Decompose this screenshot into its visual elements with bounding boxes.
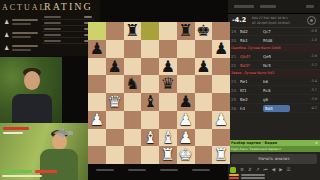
square-a6[interactable]	[88, 58, 106, 76]
square-h2[interactable]	[212, 129, 230, 147]
white-rook-e1[interactable]: ♜	[159, 146, 177, 164]
white-pawn-h3[interactable]: ♟	[212, 111, 230, 129]
move-cell[interactable]: g6	[263, 97, 286, 102]
chat-message	[241, 177, 265, 179]
row-value	[84, 16, 92, 18]
black-pawn-a7[interactable]: ♟	[88, 40, 106, 58]
move-list[interactable]: 19.Bd2Qc7-0.820.Rb1Rfd8-1.0Ошибка. Лучше…	[228, 27, 320, 140]
analysis-header	[228, 0, 320, 14]
move-row[interactable]: 21.Qb4?Qe5-2.9	[228, 52, 320, 61]
square-g3[interactable]	[195, 111, 213, 129]
analysis-panel: -4.2 Bd4 27.Rd1 Nb3 28.Bc1 e5 29.Qb5 Qxb…	[228, 0, 320, 180]
move-row[interactable]: 20.Rb1Rfd8-1.0	[228, 36, 320, 45]
square-d4[interactable]: ♝	[141, 93, 159, 111]
square-h8[interactable]	[212, 22, 230, 40]
photo-caption-red	[3, 127, 29, 130]
photo-caption-red2	[35, 170, 57, 173]
square-e5[interactable]: ♛	[159, 75, 177, 93]
move-row[interactable]: 22.Bd3?Nc5-3.2	[228, 61, 320, 70]
black-pawn-e6[interactable]: ♟	[159, 58, 177, 76]
move-eval: -1.0	[286, 38, 320, 42]
board-footer-link[interactable]	[96, 169, 114, 171]
square-f4[interactable]: ♟	[177, 93, 195, 111]
square-d5[interactable]	[141, 75, 159, 93]
engine-pv-line-2: e5 29.Qb5 Qxb5 30.Bxb5	[252, 21, 306, 25]
black-queen-e5[interactable]: ♛	[159, 75, 177, 93]
square-e3[interactable]	[159, 111, 177, 129]
move-eval: -0.8	[286, 29, 320, 33]
stream-frame: ACTUAL RATING ♟♟♟ ♜♜♚♟♟♟♟♟♞♛♛♝♟♟♟♟♝♝♟♜♚♜	[0, 0, 320, 180]
move-eval: -2.9	[286, 54, 320, 58]
square-b5[interactable]	[106, 75, 124, 93]
move-cell[interactable]: Be2	[240, 97, 263, 102]
start-review-button[interactable]: Начать анализ	[231, 154, 317, 164]
square-d1[interactable]	[141, 146, 159, 164]
streamer-webcam	[0, 57, 62, 123]
move-row[interactable]: 26.h3Bd4-4.2	[228, 104, 320, 113]
square-b7[interactable]	[106, 40, 124, 58]
entry-subtext	[12, 36, 31, 38]
square-e2[interactable]: ♝	[159, 129, 177, 147]
move-cell[interactable]: 23.	[231, 79, 240, 84]
analysis-tab[interactable]	[260, 5, 276, 8]
engine-icon[interactable]	[230, 167, 236, 173]
square-g1[interactable]	[195, 146, 213, 164]
square-d3[interactable]	[141, 111, 159, 129]
square-c2[interactable]	[124, 129, 142, 147]
menu-icon[interactable]: ☰	[287, 166, 291, 174]
move-row[interactable]: 19.Bd2Qc7-0.8	[228, 27, 320, 36]
square-c7[interactable]	[124, 40, 142, 58]
square-f7[interactable]	[177, 40, 195, 58]
rating-left-entry: ♟	[12, 30, 46, 40]
black-knight-c5[interactable]: ♞	[124, 75, 142, 93]
white-pawn-f2[interactable]: ♟	[177, 129, 195, 147]
move-row[interactable]: 25.Be2g6-3.9	[228, 95, 320, 104]
move-cell[interactable]: Bd2	[240, 29, 263, 34]
move-cell[interactable]: 19.	[231, 29, 240, 34]
move-eval: -4.2	[290, 106, 320, 110]
photo-person-torso	[40, 149, 78, 180]
white-king-f1[interactable]: ♚	[177, 146, 195, 164]
panel-close-icon[interactable]	[306, 5, 314, 8]
entry-subtext	[12, 23, 31, 25]
rating-table-row	[42, 38, 94, 44]
square-a1[interactable]	[88, 146, 106, 164]
square-h4[interactable]	[212, 93, 230, 111]
entry-subtext	[12, 49, 31, 51]
pawn-icon: ♟	[4, 31, 9, 38]
square-g2[interactable]	[195, 129, 213, 147]
row-label	[44, 28, 61, 30]
square-e4[interactable]	[159, 93, 177, 111]
photo-caption-white2	[2, 175, 42, 177]
move-cell[interactable]: 20.	[231, 38, 240, 43]
square-a4[interactable]	[88, 93, 106, 111]
white-bishop-e2[interactable]: ♝	[159, 129, 177, 147]
square-a5[interactable]	[88, 75, 106, 93]
chat-overlay	[229, 174, 289, 180]
chat-message	[241, 174, 265, 176]
square-c8[interactable]: ♜	[124, 22, 142, 40]
rating-left-entry: ♟	[12, 17, 46, 27]
move-cell[interactable]: 26.	[231, 106, 240, 111]
move-cell[interactable]: Qc7	[263, 29, 286, 34]
flip-board-icon[interactable]: ⇵	[248, 166, 252, 174]
square-f6[interactable]	[177, 58, 195, 76]
board-footer-links[interactable]	[96, 169, 230, 171]
analysis-toolbar: ⚙⇵↗⏮◀▶☰	[230, 166, 318, 174]
square-h5[interactable]	[212, 75, 230, 93]
pawn-icon: ♟	[4, 44, 9, 51]
analysis-tab[interactable]	[234, 5, 254, 8]
square-h7[interactable]: ♟	[212, 40, 230, 58]
entry-text	[12, 32, 38, 34]
black-pawn-h7[interactable]: ♟	[212, 40, 230, 58]
board-footer-link[interactable]	[192, 169, 210, 171]
opening-name-banner: Каро-Канн. Разменный вариант	[228, 146, 320, 152]
square-b6[interactable]: ♟	[106, 58, 124, 76]
square-g7[interactable]	[195, 40, 213, 58]
move-cell[interactable]: Qb4?	[240, 54, 263, 59]
settings-icon[interactable]: ⚙	[240, 166, 244, 174]
chat-username	[229, 174, 239, 176]
square-c6[interactable]	[124, 58, 142, 76]
move-cell[interactable]: Qe5	[263, 54, 286, 59]
move-cell[interactable]: Rc8	[263, 88, 286, 93]
square-f2[interactable]: ♟	[177, 129, 195, 147]
move-cell[interactable]: 22.	[231, 63, 240, 68]
black-rook-f8[interactable]: ♜	[177, 22, 195, 40]
square-c5[interactable]: ♞	[124, 75, 142, 93]
white-queen-b4[interactable]: ♛	[106, 93, 124, 111]
move-annotation-banner: Ошибка. Лучше было Qxb6	[228, 45, 320, 52]
square-b8[interactable]	[106, 22, 124, 40]
move-eval: -3.4	[286, 79, 320, 83]
move-cell[interactable]: Rfd8	[263, 38, 286, 43]
square-d8[interactable]	[141, 22, 159, 40]
move-annotation-banner: Зевок. Лучше было Rd1	[228, 70, 320, 77]
photo-overlay	[0, 123, 88, 180]
chess-board[interactable]: ♜♜♚♟♟♟♟♟♞♛♛♝♟♟♟♟♝♝♟♜♚♜	[88, 22, 230, 164]
square-h6[interactable]	[212, 58, 230, 76]
square-h3[interactable]: ♟	[212, 111, 230, 129]
move-eval: -3.7	[286, 88, 320, 92]
square-g8[interactable]: ♚	[195, 22, 213, 40]
rating-left-entry: ♟	[12, 43, 46, 53]
square-g4[interactable]	[195, 93, 213, 111]
move-row[interactable]: 24.Kf1Rc8-3.7	[228, 86, 320, 95]
board-footer-link[interactable]	[160, 169, 178, 171]
move-cell[interactable]: Bd3?	[240, 63, 263, 68]
prev-move-icon[interactable]: ◀	[272, 166, 275, 174]
first-move-icon[interactable]: ⏮	[264, 166, 268, 174]
move-cell[interactable]: h3	[240, 106, 263, 111]
rating-panel-title-rating: RATING	[44, 1, 93, 12]
chat-username	[229, 177, 239, 179]
square-f8[interactable]: ♜	[177, 22, 195, 40]
white-pawn-a3[interactable]: ♟	[88, 111, 106, 129]
square-d2[interactable]: ♝	[141, 129, 159, 147]
board-footer-link[interactable]	[128, 169, 146, 171]
engine-toggle-icon[interactable]	[307, 16, 316, 25]
square-e6[interactable]: ♟	[159, 58, 177, 76]
square-b1[interactable]	[106, 146, 124, 164]
square-a2[interactable]	[88, 129, 106, 147]
move-cell[interactable]: Nc5	[263, 63, 286, 68]
square-c4[interactable]	[124, 93, 142, 111]
square-f3[interactable]: ♟	[177, 111, 195, 129]
engine-arrow-tail	[64, 131, 73, 135]
black-pawn-f4[interactable]: ♟	[177, 93, 195, 111]
white-pawn-f3[interactable]: ♟	[177, 111, 195, 129]
row-label	[44, 22, 61, 24]
move-eval: -3.2	[286, 63, 320, 67]
square-f1[interactable]: ♚	[177, 146, 195, 164]
square-c3[interactable]	[124, 111, 142, 129]
white-rook-h1[interactable]: ♜	[212, 146, 230, 164]
square-e1[interactable]: ♜	[159, 146, 177, 164]
move-cell[interactable]: b6	[263, 79, 286, 84]
white-bishop-d2[interactable]: ♝	[141, 129, 159, 147]
square-f5[interactable]	[177, 75, 195, 93]
share-icon[interactable]: ↗	[256, 166, 260, 174]
black-pawn-b6[interactable]: ♟	[106, 58, 124, 76]
black-king-g8[interactable]: ♚	[195, 22, 213, 40]
row-label	[44, 16, 61, 18]
chat-line	[229, 174, 289, 176]
square-b3[interactable]	[106, 111, 124, 129]
square-d6[interactable]	[141, 58, 159, 76]
square-g5[interactable]	[195, 75, 213, 93]
square-e7[interactable]	[159, 40, 177, 58]
move-cell[interactable]: Rb1	[240, 38, 263, 43]
rating-panel: ACTUAL RATING ♟♟♟	[0, 0, 100, 56]
rating-panel-title-actual: ACTUAL	[2, 3, 46, 12]
engine-arrow-icon	[53, 128, 64, 138]
square-c1[interactable]	[124, 146, 142, 164]
next-move-icon[interactable]: ▶	[279, 166, 282, 174]
move-cell[interactable]: 25.	[231, 97, 240, 102]
square-a3[interactable]: ♟	[88, 111, 106, 129]
move-cell[interactable]: Re1	[240, 79, 263, 84]
photo-caption-white	[3, 132, 23, 134]
move-eval: -3.9	[286, 97, 320, 101]
square-e8[interactable]	[159, 22, 177, 40]
move-row[interactable]: 23.Re1b6-3.4	[228, 77, 320, 86]
square-a7[interactable]: ♟	[88, 40, 106, 58]
move-cell[interactable]: 24.	[231, 88, 240, 93]
square-g6[interactable]: ♟	[195, 58, 213, 76]
row-label	[44, 40, 61, 42]
square-a8[interactable]	[88, 22, 106, 40]
black-bishop-d4[interactable]: ♝	[141, 93, 159, 111]
entry-text	[12, 19, 38, 21]
engine-pv-line-1: Bd4 27.Rd1 Nb3 28.Bc1	[252, 16, 306, 20]
row-label	[44, 34, 61, 36]
pawn-icon: ♟	[4, 18, 9, 25]
streamer-torso	[12, 94, 52, 123]
move-cell[interactable]: Bd4	[263, 105, 290, 112]
square-b4[interactable]: ♛	[106, 93, 124, 111]
entry-text	[12, 45, 38, 47]
move-cell[interactable]: 21.	[231, 54, 240, 59]
photo-caption-green	[2, 170, 32, 173]
move-cell[interactable]: Kf1	[240, 88, 263, 93]
chat-line	[229, 177, 289, 179]
square-d7[interactable]	[141, 40, 159, 58]
black-rook-c8[interactable]: ♜	[124, 22, 142, 40]
square-h1[interactable]: ♜	[212, 146, 230, 164]
streamer-face	[24, 71, 40, 90]
square-b2[interactable]	[106, 129, 124, 147]
engine-evaluation: -4.2	[232, 16, 246, 24]
black-pawn-g6[interactable]: ♟	[195, 58, 213, 76]
engine-eval-row: -4.2 Bd4 27.Rd1 Nb3 28.Bc1 e5 29.Qb5 Qxb…	[228, 13, 320, 28]
